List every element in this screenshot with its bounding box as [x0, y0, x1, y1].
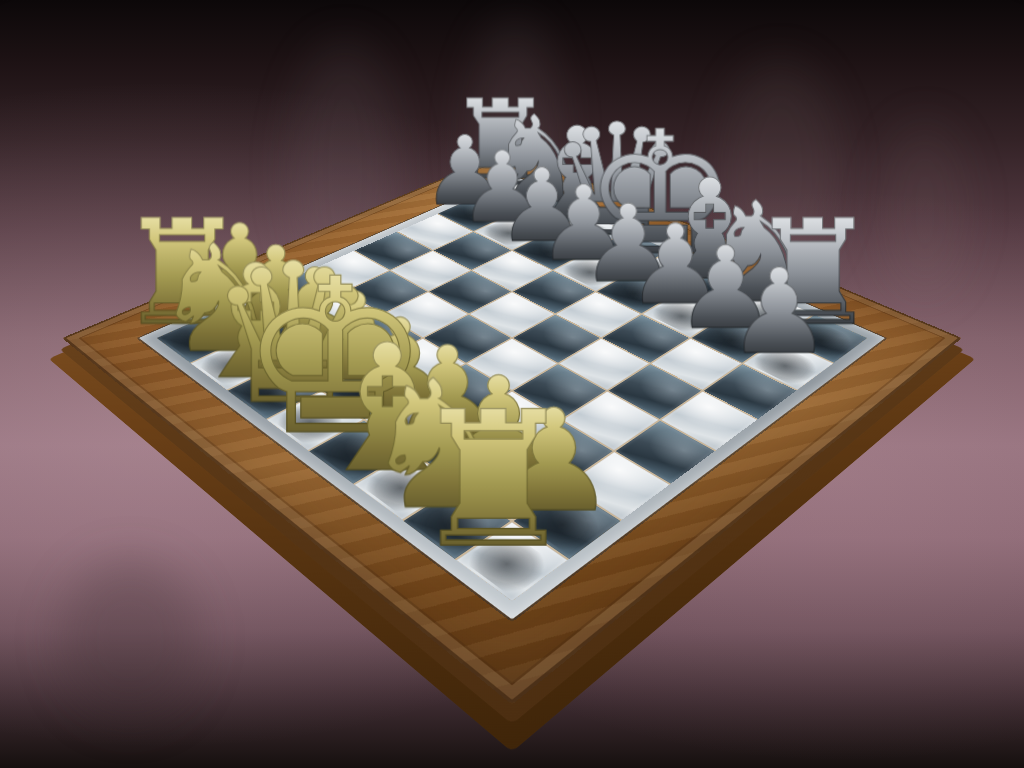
- chess-wallpaper-scene: ♜♞♝♛♚♝♞♜♟♟♟♟♟♟♟♟♟♟♟♟♟♟♟♟♜♞♝♛♚♝♞♜: [0, 0, 1024, 768]
- vignette-overlay: [0, 0, 1024, 768]
